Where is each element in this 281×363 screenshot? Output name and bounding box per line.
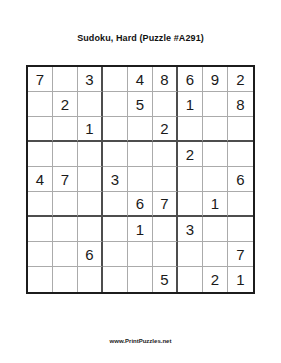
cell-r9c2 — [53, 267, 78, 292]
cell-r4c1 — [28, 142, 53, 167]
cell-r6c5: 6 — [128, 192, 153, 217]
cell-r7c5: 1 — [128, 217, 153, 242]
cell-r9c8: 2 — [203, 267, 228, 292]
cell-r4c4 — [103, 142, 128, 167]
cell-r7c3 — [78, 217, 103, 242]
cell-r6c6: 7 — [153, 192, 178, 217]
cell-r3c3: 1 — [78, 117, 103, 142]
cell-r4c2 — [53, 142, 78, 167]
sudoku-board: 7348692251812247366711367521 — [26, 65, 255, 294]
cell-r9c5 — [128, 267, 153, 292]
cell-r8c9: 7 — [228, 242, 253, 267]
cell-r3c2 — [53, 117, 78, 142]
cell-r8c5 — [128, 242, 153, 267]
cell-r2c4 — [103, 92, 128, 117]
cell-r5c3 — [78, 167, 103, 192]
cell-r2c6 — [153, 92, 178, 117]
cell-r3c7 — [178, 117, 203, 142]
cell-r6c2 — [53, 192, 78, 217]
puzzle-title: Sudoku, Hard (Puzzle #A291) — [0, 33, 281, 43]
cell-r7c1 — [28, 217, 53, 242]
cell-r8c4 — [103, 242, 128, 267]
cell-r6c7 — [178, 192, 203, 217]
cell-r7c6 — [153, 217, 178, 242]
cell-r4c5 — [128, 142, 153, 167]
cell-r1c8: 9 — [203, 67, 228, 92]
cell-r1c1: 7 — [28, 67, 53, 92]
cell-r7c8 — [203, 217, 228, 242]
cell-r1c2 — [53, 67, 78, 92]
cell-r5c8 — [203, 167, 228, 192]
cell-r3c4 — [103, 117, 128, 142]
cell-r8c1 — [28, 242, 53, 267]
cell-r8c7 — [178, 242, 203, 267]
cell-r1c5: 4 — [128, 67, 153, 92]
cell-r7c7: 3 — [178, 217, 203, 242]
cell-r4c9 — [228, 142, 253, 167]
cell-r2c8 — [203, 92, 228, 117]
cell-r5c7 — [178, 167, 203, 192]
cell-r4c8 — [203, 142, 228, 167]
cell-r9c1 — [28, 267, 53, 292]
cell-r3c1 — [28, 117, 53, 142]
puzzle-page: Sudoku, Hard (Puzzle #A291) 734869225181… — [0, 0, 281, 363]
cell-r7c9 — [228, 217, 253, 242]
cell-r1c9: 2 — [228, 67, 253, 92]
cell-r3c5 — [128, 117, 153, 142]
cell-r5c1: 4 — [28, 167, 53, 192]
cell-r2c7: 1 — [178, 92, 203, 117]
cell-r7c4 — [103, 217, 128, 242]
footer-url: www.PrintPuzzles.net — [0, 338, 281, 344]
cell-r8c3: 6 — [78, 242, 103, 267]
cell-r9c7 — [178, 267, 203, 292]
cell-r6c1 — [28, 192, 53, 217]
cell-r9c4 — [103, 267, 128, 292]
cell-r6c3 — [78, 192, 103, 217]
cell-r4c6 — [153, 142, 178, 167]
cell-r3c9 — [228, 117, 253, 142]
cell-r5c4: 3 — [103, 167, 128, 192]
cell-r9c6: 5 — [153, 267, 178, 292]
cell-r3c8 — [203, 117, 228, 142]
cell-r5c9: 6 — [228, 167, 253, 192]
cell-r9c3 — [78, 267, 103, 292]
cell-r3c6: 2 — [153, 117, 178, 142]
cell-r7c2 — [53, 217, 78, 242]
cell-r2c1 — [28, 92, 53, 117]
cell-r8c8 — [203, 242, 228, 267]
cell-r8c6 — [153, 242, 178, 267]
cell-r6c4 — [103, 192, 128, 217]
cell-r2c9: 8 — [228, 92, 253, 117]
cell-r1c7: 6 — [178, 67, 203, 92]
cell-r5c6 — [153, 167, 178, 192]
cell-r4c3 — [78, 142, 103, 167]
cell-r5c5 — [128, 167, 153, 192]
cell-r4c7: 2 — [178, 142, 203, 167]
cell-r2c3 — [78, 92, 103, 117]
cell-r1c4 — [103, 67, 128, 92]
cell-r6c8: 1 — [203, 192, 228, 217]
cell-r9c9: 1 — [228, 267, 253, 292]
cell-r1c6: 8 — [153, 67, 178, 92]
cell-r6c9 — [228, 192, 253, 217]
cell-r2c2: 2 — [53, 92, 78, 117]
cell-r2c5: 5 — [128, 92, 153, 117]
cell-r1c3: 3 — [78, 67, 103, 92]
cell-r8c2 — [53, 242, 78, 267]
cell-r5c2: 7 — [53, 167, 78, 192]
